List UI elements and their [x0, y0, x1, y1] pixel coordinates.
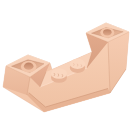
right-tube-hole — [103, 29, 112, 35]
lego-brick-render: Light flesh (light nougat) LEGO inverted… — [0, 0, 135, 135]
left-stud-top — [51, 68, 67, 79]
product-image-canvas: Light flesh (light nougat) LEGO inverted… — [0, 0, 135, 135]
left-tube-hole — [24, 63, 34, 70]
right-end-front-face — [108, 32, 129, 93]
